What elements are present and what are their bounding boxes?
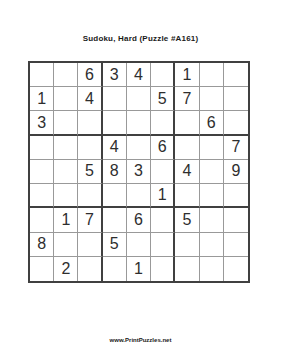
cell-r1c9[interactable] [224, 63, 248, 87]
cell-r8c6[interactable] [151, 233, 175, 257]
cell-r5c3[interactable]: 5 [78, 160, 102, 184]
sudoku-board: 634114573646758349117658521 [28, 61, 250, 283]
cell-r2c5[interactable] [127, 87, 151, 111]
cell-r8c5[interactable] [127, 233, 151, 257]
cell-r2c9[interactable] [224, 87, 248, 111]
cell-r3c2[interactable] [54, 111, 78, 135]
cell-r3c6[interactable] [151, 111, 175, 135]
cell-r8c1[interactable]: 8 [30, 233, 54, 257]
cell-r4c1[interactable] [30, 136, 54, 160]
cell-r6c2[interactable] [54, 184, 78, 208]
cell-r7c7[interactable]: 5 [175, 208, 199, 232]
cell-r7c9[interactable] [224, 208, 248, 232]
cell-r4c8[interactable] [200, 136, 224, 160]
cell-r6c6[interactable]: 1 [151, 184, 175, 208]
cell-r5c1[interactable] [30, 160, 54, 184]
cell-r5c4[interactable]: 8 [103, 160, 127, 184]
cell-r8c7[interactable] [175, 233, 199, 257]
cell-r4c9[interactable]: 7 [224, 136, 248, 160]
cell-r6c7[interactable] [175, 184, 199, 208]
cell-r2c2[interactable] [54, 87, 78, 111]
cell-r2c4[interactable] [103, 87, 127, 111]
cell-r8c8[interactable] [200, 233, 224, 257]
cell-r9c3[interactable] [78, 257, 102, 281]
cell-r3c8[interactable]: 6 [200, 111, 224, 135]
cell-r4c7[interactable] [175, 136, 199, 160]
cell-r6c5[interactable] [127, 184, 151, 208]
cell-r9c7[interactable] [175, 257, 199, 281]
cell-r5c2[interactable] [54, 160, 78, 184]
cell-r8c3[interactable] [78, 233, 102, 257]
cell-r6c4[interactable] [103, 184, 127, 208]
cell-r2c8[interactable] [200, 87, 224, 111]
cell-r9c5[interactable]: 1 [127, 257, 151, 281]
puzzle-title: Sudoku, Hard (Puzzle #A161) [0, 34, 281, 43]
cell-r1c3[interactable]: 6 [78, 63, 102, 87]
cell-r5c7[interactable]: 4 [175, 160, 199, 184]
cell-r3c9[interactable] [224, 111, 248, 135]
cell-r6c1[interactable] [30, 184, 54, 208]
cell-r1c6[interactable] [151, 63, 175, 87]
cell-r7c4[interactable] [103, 208, 127, 232]
cell-r6c8[interactable] [200, 184, 224, 208]
cell-r7c5[interactable]: 6 [127, 208, 151, 232]
cell-r5c8[interactable] [200, 160, 224, 184]
cell-r4c4[interactable]: 4 [103, 136, 127, 160]
cell-r7c8[interactable] [200, 208, 224, 232]
cell-r3c4[interactable] [103, 111, 127, 135]
cell-r1c7[interactable]: 1 [175, 63, 199, 87]
cell-r8c9[interactable] [224, 233, 248, 257]
cell-r1c4[interactable]: 3 [103, 63, 127, 87]
cell-r1c1[interactable] [30, 63, 54, 87]
cell-r4c3[interactable] [78, 136, 102, 160]
cell-r5c9[interactable]: 9 [224, 160, 248, 184]
cell-r2c1[interactable]: 1 [30, 87, 54, 111]
cell-r3c5[interactable] [127, 111, 151, 135]
cell-r1c5[interactable]: 4 [127, 63, 151, 87]
cell-r1c8[interactable] [200, 63, 224, 87]
source-url: www.PrintPuzzles.net [0, 337, 281, 343]
cell-r5c5[interactable]: 3 [127, 160, 151, 184]
cell-r7c2[interactable]: 1 [54, 208, 78, 232]
cell-r1c2[interactable] [54, 63, 78, 87]
puzzle-page: Sudoku, Hard (Puzzle #A161) 634114573646… [0, 0, 281, 363]
cell-r6c3[interactable] [78, 184, 102, 208]
cell-r3c1[interactable]: 3 [30, 111, 54, 135]
cell-r3c7[interactable] [175, 111, 199, 135]
cell-r9c1[interactable] [30, 257, 54, 281]
cell-r7c1[interactable] [30, 208, 54, 232]
cell-r9c8[interactable] [200, 257, 224, 281]
cell-r3c3[interactable] [78, 111, 102, 135]
cell-r5c6[interactable] [151, 160, 175, 184]
cell-r8c4[interactable]: 5 [103, 233, 127, 257]
cell-r7c6[interactable] [151, 208, 175, 232]
cell-r9c9[interactable] [224, 257, 248, 281]
cell-r9c2[interactable]: 2 [54, 257, 78, 281]
cell-r2c3[interactable]: 4 [78, 87, 102, 111]
cell-r4c5[interactable] [127, 136, 151, 160]
cell-r6c9[interactable] [224, 184, 248, 208]
cell-r7c3[interactable]: 7 [78, 208, 102, 232]
cell-r9c6[interactable] [151, 257, 175, 281]
cell-r4c2[interactable] [54, 136, 78, 160]
cell-r2c6[interactable]: 5 [151, 87, 175, 111]
cell-r2c7[interactable]: 7 [175, 87, 199, 111]
cell-r4c6[interactable]: 6 [151, 136, 175, 160]
cell-r9c4[interactable] [103, 257, 127, 281]
cell-r8c2[interactable] [54, 233, 78, 257]
